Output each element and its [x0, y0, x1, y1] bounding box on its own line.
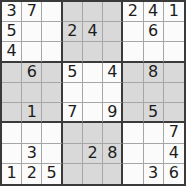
cell-r4c8[interactable]: 8: [144, 63, 164, 83]
cell-r9c1[interactable]: 1: [2, 164, 22, 184]
cell-r8c7[interactable]: [123, 144, 143, 164]
cell-r1c4[interactable]: [63, 2, 83, 22]
cell-r6c1[interactable]: [2, 103, 22, 123]
cell-r8c3[interactable]: [42, 144, 62, 164]
cell-r1c2[interactable]: 7: [22, 2, 42, 22]
cell-r8c9[interactable]: 4: [164, 144, 184, 164]
cell-r2c7[interactable]: [123, 22, 143, 42]
cell-r5c5[interactable]: [83, 83, 103, 103]
cell-r1c9[interactable]: 1: [164, 2, 184, 22]
cell-r3c4[interactable]: [63, 42, 83, 62]
cell-r3c5[interactable]: [83, 42, 103, 62]
cell-r8c1[interactable]: [2, 144, 22, 164]
cell-r2c5[interactable]: 4: [83, 22, 103, 42]
cell-r4c3[interactable]: [42, 63, 62, 83]
cell-r7c8[interactable]: [144, 123, 164, 143]
cell-r1c3[interactable]: [42, 2, 62, 22]
cell-r1c8[interactable]: 4: [144, 2, 164, 22]
cell-r9c9[interactable]: 6: [164, 164, 184, 184]
cell-r9c8[interactable]: 3: [144, 164, 164, 184]
cell-r9c7[interactable]: [123, 164, 143, 184]
cell-r8c6[interactable]: 8: [103, 144, 123, 164]
cell-r9c2[interactable]: 2: [22, 164, 42, 184]
cell-r5c2[interactable]: [22, 83, 42, 103]
cell-r4c1[interactable]: [2, 63, 22, 83]
cell-r4c6[interactable]: 4: [103, 63, 123, 83]
sudoku-board: 3724152464654817957328412536: [0, 0, 186, 186]
cell-r5c8[interactable]: [144, 83, 164, 103]
cell-r8c8[interactable]: [144, 144, 164, 164]
cell-r2c2[interactable]: [22, 22, 42, 42]
cell-r7c2[interactable]: [22, 123, 42, 143]
cell-r1c1[interactable]: 3: [2, 2, 22, 22]
cell-r8c4[interactable]: [63, 144, 83, 164]
cell-r1c7[interactable]: 2: [123, 2, 143, 22]
cell-r2c1[interactable]: 5: [2, 22, 22, 42]
cell-r3c3[interactable]: [42, 42, 62, 62]
cell-r6c3[interactable]: [42, 103, 62, 123]
cell-r3c8[interactable]: [144, 42, 164, 62]
cell-r7c6[interactable]: [103, 123, 123, 143]
cell-r5c9[interactable]: [164, 83, 184, 103]
cell-r5c6[interactable]: [103, 83, 123, 103]
cell-r2c9[interactable]: [164, 22, 184, 42]
cell-r3c7[interactable]: [123, 42, 143, 62]
cell-r4c2[interactable]: 6: [22, 63, 42, 83]
cell-r6c6[interactable]: 9: [103, 103, 123, 123]
cell-r3c1[interactable]: 4: [2, 42, 22, 62]
cell-r4c4[interactable]: 5: [63, 63, 83, 83]
cell-r7c5[interactable]: [83, 123, 103, 143]
cell-r8c5[interactable]: 2: [83, 144, 103, 164]
cell-r7c7[interactable]: [123, 123, 143, 143]
cell-r9c6[interactable]: [103, 164, 123, 184]
cell-r3c2[interactable]: [22, 42, 42, 62]
cell-r1c6[interactable]: [103, 2, 123, 22]
cell-r5c4[interactable]: [63, 83, 83, 103]
cell-r7c4[interactable]: [63, 123, 83, 143]
cell-r1c5[interactable]: [83, 2, 103, 22]
cell-r6c2[interactable]: 1: [22, 103, 42, 123]
cell-r8c2[interactable]: 3: [22, 144, 42, 164]
cell-r7c3[interactable]: [42, 123, 62, 143]
cell-r9c3[interactable]: 5: [42, 164, 62, 184]
cell-r2c8[interactable]: 6: [144, 22, 164, 42]
cell-r2c4[interactable]: 2: [63, 22, 83, 42]
cell-r2c3[interactable]: [42, 22, 62, 42]
cell-r4c7[interactable]: [123, 63, 143, 83]
cell-r7c1[interactable]: [2, 123, 22, 143]
cell-r6c4[interactable]: 7: [63, 103, 83, 123]
cell-r6c7[interactable]: [123, 103, 143, 123]
cell-r7c9[interactable]: 7: [164, 123, 184, 143]
cell-r2c6[interactable]: [103, 22, 123, 42]
cell-r9c4[interactable]: [63, 164, 83, 184]
cell-r5c7[interactable]: [123, 83, 143, 103]
cell-r4c5[interactable]: [83, 63, 103, 83]
cell-r5c1[interactable]: [2, 83, 22, 103]
sudoku-board-wrapper: 3724152464654817957328412536: [0, 0, 186, 186]
cell-r4c9[interactable]: [164, 63, 184, 83]
cell-r9c5[interactable]: [83, 164, 103, 184]
cell-r6c9[interactable]: [164, 103, 184, 123]
cell-r5c3[interactable]: [42, 83, 62, 103]
cell-r3c9[interactable]: [164, 42, 184, 62]
cell-r3c6[interactable]: [103, 42, 123, 62]
cell-r6c8[interactable]: 5: [144, 103, 164, 123]
cell-r6c5[interactable]: [83, 103, 103, 123]
